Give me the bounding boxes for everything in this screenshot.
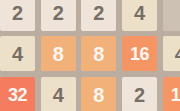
tile-r1c2: 8 [81,36,116,71]
tile-r1c4: 4 [163,36,180,71]
tile-r1c0: 4 [0,36,35,71]
tile-r2c2: 8 [81,77,116,111]
tile-r0c1: 2 [41,0,76,31]
game-screen: 2 2 2 4 4 8 8 16 4 32 4 8 2 16 [0,0,180,111]
tile-r2c1: 4 [41,77,76,111]
tile-r2c4: 16 [163,77,180,111]
tile-r1c1: 8 [41,36,76,71]
tile-r0c0: 2 [0,0,35,31]
empty-cell-r0c4 [163,0,180,31]
tile-r2c3: 2 [122,77,157,111]
tile-r0c2: 2 [81,0,116,31]
game-board[interactable]: 2 2 2 4 4 8 8 16 4 32 4 8 2 16 [0,0,180,111]
tile-r1c3: 16 [122,36,157,71]
tile-r2c0: 32 [0,77,35,111]
tile-r0c3: 4 [122,0,157,31]
